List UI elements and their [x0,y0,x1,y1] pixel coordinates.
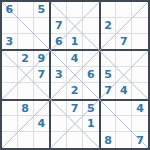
cell-r8c1[interactable] [2,116,18,132]
given-digit: 4 [38,118,46,129]
cell-r2c2[interactable] [18,18,34,34]
given-digit: 5 [87,103,95,114]
cell-r6c8[interactable]: 4 [116,83,132,99]
cell-r4c1[interactable] [2,51,18,67]
sudoku-box-1: 653 [2,2,49,49]
cell-r9c2[interactable] [18,132,34,148]
given-digit: 4 [120,85,128,96]
cell-r8c7[interactable] [101,116,117,132]
sudoku-grid: 65376127297436257484751487 [2,2,148,148]
cell-r2c5[interactable] [67,18,83,34]
cell-r3c2[interactable] [18,34,34,50]
sudoku-box-8: 751 [51,101,98,148]
cell-r2c1[interactable] [2,18,18,34]
cell-r1c2[interactable] [18,2,34,18]
cell-r5c4[interactable]: 3 [51,67,67,83]
given-digit: 2 [21,53,29,64]
given-digit: 5 [38,4,46,15]
cell-r7c1[interactable] [2,101,18,117]
sudoku-box-4: 297 [2,51,49,98]
given-digit: 4 [136,103,144,114]
given-digit: 6 [6,4,14,15]
cell-r1c1[interactable]: 6 [2,2,18,18]
given-digit: 3 [55,69,63,80]
cell-r2c9[interactable] [132,18,148,34]
cell-r8c9[interactable] [132,116,148,132]
given-digit: 2 [71,85,79,96]
given-digit: 1 [87,118,95,129]
cell-r4c4[interactable] [51,51,67,67]
given-digit: 7 [104,85,112,96]
cell-r3c1[interactable]: 3 [2,34,18,50]
cell-r2c8[interactable] [116,18,132,34]
cell-r8c4[interactable] [51,116,67,132]
given-digit: 8 [104,135,112,146]
sudoku-box-5: 4362 [51,51,98,98]
cell-r6c2[interactable] [18,83,34,99]
cell-r3c8[interactable]: 7 [116,34,132,50]
cell-r6c6[interactable] [83,83,99,99]
cell-r6c9[interactable] [132,83,148,99]
cell-r1c4[interactable] [51,2,67,18]
cell-r7c2[interactable]: 8 [18,101,34,117]
cell-r9c7[interactable]: 8 [101,132,117,148]
cell-r9c1[interactable] [2,132,18,148]
cell-r3c4[interactable]: 6 [51,34,67,50]
cell-r7c5[interactable]: 7 [67,101,83,117]
cell-r6c4[interactable] [51,83,67,99]
cell-r2c3[interactable] [34,18,50,34]
cell-r8c6[interactable]: 1 [83,116,99,132]
cell-r1c7[interactable] [101,2,117,18]
cell-r3c7[interactable] [101,34,117,50]
cell-r6c1[interactable] [2,83,18,99]
cell-r7c7[interactable] [101,101,117,117]
sudoku-box-3: 27 [101,2,148,49]
cell-r5c8[interactable] [116,67,132,83]
cell-r4c3[interactable]: 9 [34,51,50,67]
given-digit: 7 [71,103,79,114]
cell-r4c8[interactable] [116,51,132,67]
cell-r4c2[interactable]: 2 [18,51,34,67]
cell-r7c6[interactable]: 5 [83,101,99,117]
cell-r9c3[interactable] [34,132,50,148]
cell-r7c8[interactable] [116,101,132,117]
sudoku-box-6: 574 [101,51,148,98]
cell-r7c9[interactable]: 4 [132,101,148,117]
cell-r5c3[interactable]: 7 [34,67,50,83]
cell-r5c2[interactable] [18,67,34,83]
sudoku-box-9: 487 [101,101,148,148]
cell-r9c6[interactable] [83,132,99,148]
given-digit: 2 [104,20,112,31]
cell-r9c9[interactable]: 7 [132,132,148,148]
sudoku-board: 65376127297436257484751487 [0,0,150,150]
sudoku-box-7: 84 [2,101,49,148]
cell-r6c3[interactable] [34,83,50,99]
cell-r1c5[interactable] [67,2,83,18]
given-digit: 7 [136,135,144,146]
given-digit: 5 [104,69,112,80]
cell-r9c8[interactable] [116,132,132,148]
given-digit: 3 [6,36,14,47]
cell-r5c7[interactable]: 5 [101,67,117,83]
cell-r1c9[interactable] [132,2,148,18]
cell-r6c5[interactable]: 2 [67,83,83,99]
cell-r7c4[interactable] [51,101,67,117]
cell-r5c6[interactable]: 6 [83,67,99,83]
cell-r5c5[interactable] [67,67,83,83]
given-digit: 4 [71,53,79,64]
cell-r4c7[interactable] [101,51,117,67]
cell-r3c3[interactable] [34,34,50,50]
cell-r8c2[interactable] [18,116,34,132]
given-digit: 7 [38,69,46,80]
cell-r8c5[interactable] [67,116,83,132]
cell-r1c8[interactable] [116,2,132,18]
cell-r9c5[interactable] [67,132,83,148]
sudoku-box-2: 761 [51,2,98,49]
given-digit: 7 [120,36,128,47]
cell-r5c1[interactable] [2,67,18,83]
cell-r9c4[interactable] [51,132,67,148]
cell-r8c3[interactable]: 4 [34,116,50,132]
cell-r4c9[interactable] [132,51,148,67]
cell-r2c4[interactable]: 7 [51,18,67,34]
cell-r8c8[interactable] [116,116,132,132]
cell-r2c6[interactable] [83,18,99,34]
cell-r4c6[interactable] [83,51,99,67]
given-digit: 6 [87,69,95,80]
cell-r2c7[interactable]: 2 [101,18,117,34]
cell-r6c7[interactable]: 7 [101,83,117,99]
given-digit: 1 [71,36,79,47]
cell-r1c3[interactable]: 5 [34,2,50,18]
cell-r3c5[interactable]: 1 [67,34,83,50]
given-digit: 6 [55,36,63,47]
given-digit: 7 [55,20,63,31]
cell-r1c6[interactable] [83,2,99,18]
cell-r5c9[interactable] [132,67,148,83]
cell-r7c3[interactable] [34,101,50,117]
cell-r3c6[interactable] [83,34,99,50]
cell-r3c9[interactable] [132,34,148,50]
given-digit: 8 [21,103,29,114]
given-digit: 9 [38,53,46,64]
cell-r4c5[interactable]: 4 [67,51,83,67]
